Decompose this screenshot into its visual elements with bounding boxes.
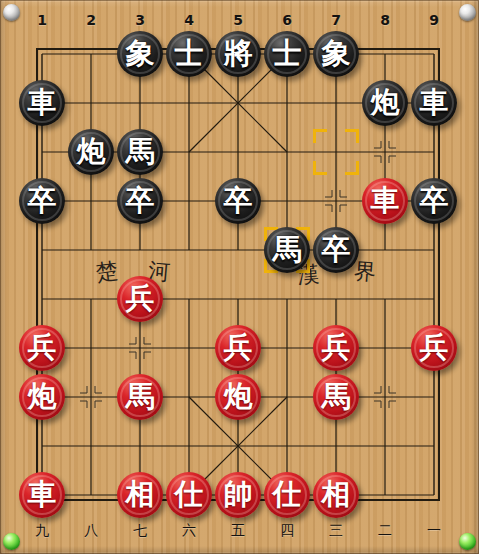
red-general-glyph: 帥 (224, 480, 253, 509)
file-label-top-7: 7 (325, 11, 347, 29)
file-label-top-4: 4 (178, 11, 200, 29)
piece-red-soldier[interactable]: 兵 (19, 325, 65, 371)
file-label-top-9: 9 (423, 11, 445, 29)
red-soldier-glyph: 兵 (322, 333, 351, 362)
piece-black-soldier[interactable]: 卒 (117, 178, 163, 224)
piece-red-horse[interactable]: 馬 (117, 374, 163, 420)
file-label-top-8: 8 (374, 11, 396, 29)
black-general-glyph: 將 (224, 39, 253, 68)
last-move-from-marker (313, 129, 359, 175)
piece-red-advisor[interactable]: 仕 (264, 472, 310, 518)
red-advisor-glyph: 仕 (273, 480, 302, 509)
red-chariot-glyph: 車 (28, 480, 57, 509)
black-soldier-glyph: 卒 (322, 235, 351, 264)
piece-red-soldier[interactable]: 兵 (117, 276, 163, 322)
file-label-bottom-1: 九 (31, 521, 53, 539)
file-label-bottom-6: 四 (276, 521, 298, 539)
file-label-top-3: 3 (129, 11, 151, 29)
black-horse-glyph: 馬 (126, 137, 155, 166)
piece-black-elephant[interactable]: 象 (313, 31, 359, 77)
piece-black-soldier[interactable]: 卒 (411, 178, 457, 224)
file-label-top-6: 6 (276, 11, 298, 29)
piece-black-soldier[interactable]: 卒 (215, 178, 261, 224)
black-elephant-glyph: 象 (322, 39, 351, 68)
red-soldier-glyph: 兵 (420, 333, 449, 362)
piece-red-soldier[interactable]: 兵 (215, 325, 261, 371)
red-horse-glyph: 馬 (126, 382, 155, 411)
black-horse-glyph: 馬 (273, 235, 302, 264)
red-advisor-glyph: 仕 (175, 480, 204, 509)
black-elephant-glyph: 象 (126, 39, 155, 68)
piece-red-cannon[interactable]: 炮 (215, 374, 261, 420)
board-grid-lines (0, 0, 479, 554)
red-horse-glyph: 馬 (322, 382, 351, 411)
black-advisor-glyph: 士 (175, 39, 204, 68)
file-label-bottom-3: 七 (129, 521, 151, 539)
piece-red-cannon[interactable]: 炮 (19, 374, 65, 420)
piece-black-soldier[interactable]: 卒 (19, 178, 65, 224)
xiangqi-board[interactable]: 123456789 九八七六五四三二一 楚河漢界 象士將士象車炮車炮馬卒卒卒車卒… (0, 0, 479, 554)
red-elephant-glyph: 相 (322, 480, 351, 509)
black-cannon-glyph: 炮 (77, 137, 106, 166)
black-chariot-glyph: 車 (28, 88, 57, 117)
piece-black-horse[interactable]: 馬 (264, 227, 310, 273)
piece-black-soldier[interactable]: 卒 (313, 227, 359, 273)
file-label-bottom-7: 三 (325, 521, 347, 539)
red-soldier-glyph: 兵 (28, 333, 57, 362)
piece-black-chariot[interactable]: 車 (19, 80, 65, 126)
silver-sphere-icon (3, 4, 20, 21)
file-label-top-1: 1 (31, 11, 53, 29)
piece-black-chariot[interactable]: 車 (411, 80, 457, 126)
black-advisor-glyph: 士 (273, 39, 302, 68)
piece-red-soldier[interactable]: 兵 (313, 325, 359, 371)
black-soldier-glyph: 卒 (224, 186, 253, 215)
file-label-bottom-9: 一 (423, 521, 445, 539)
piece-red-chariot[interactable]: 車 (362, 178, 408, 224)
red-cannon-glyph: 炮 (28, 382, 57, 411)
red-chariot-glyph: 車 (371, 186, 400, 215)
silver-sphere-icon (459, 4, 476, 21)
file-label-bottom-8: 二 (374, 521, 396, 539)
red-elephant-glyph: 相 (126, 480, 155, 509)
file-label-bottom-5: 五 (227, 521, 249, 539)
piece-red-elephant[interactable]: 相 (313, 472, 359, 518)
black-chariot-glyph: 車 (420, 88, 449, 117)
file-label-bottom-2: 八 (80, 521, 102, 539)
black-soldier-glyph: 卒 (420, 186, 449, 215)
piece-red-general[interactable]: 帥 (215, 472, 261, 518)
piece-black-cannon[interactable]: 炮 (68, 129, 114, 175)
piece-red-advisor[interactable]: 仕 (166, 472, 212, 518)
piece-red-chariot[interactable]: 車 (19, 472, 65, 518)
piece-black-advisor[interactable]: 士 (166, 31, 212, 77)
black-soldier-glyph: 卒 (126, 186, 155, 215)
file-label-top-2: 2 (80, 11, 102, 29)
black-soldier-glyph: 卒 (28, 186, 57, 215)
piece-black-cannon[interactable]: 炮 (362, 80, 408, 126)
red-soldier-glyph: 兵 (126, 284, 155, 313)
red-cannon-glyph: 炮 (224, 382, 253, 411)
red-soldier-glyph: 兵 (224, 333, 253, 362)
piece-black-advisor[interactable]: 士 (264, 31, 310, 77)
file-label-bottom-4: 六 (178, 521, 200, 539)
piece-black-horse[interactable]: 馬 (117, 129, 163, 175)
black-cannon-glyph: 炮 (371, 88, 400, 117)
river-text-char: 楚 (92, 257, 121, 286)
green-sphere-icon (3, 533, 20, 550)
piece-red-horse[interactable]: 馬 (313, 374, 359, 420)
piece-black-general[interactable]: 將 (215, 31, 261, 77)
piece-black-elephant[interactable]: 象 (117, 31, 163, 77)
file-label-top-5: 5 (227, 11, 249, 29)
green-sphere-icon (459, 533, 476, 550)
piece-red-soldier[interactable]: 兵 (411, 325, 457, 371)
piece-red-elephant[interactable]: 相 (117, 472, 163, 518)
